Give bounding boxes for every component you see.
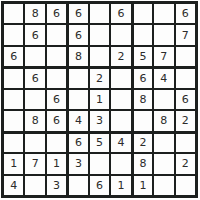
cell-r5c4[interactable] bbox=[68, 90, 87, 109]
cell-r8c7[interactable]: 8 bbox=[133, 154, 152, 173]
cell-r5c5[interactable]: 1 bbox=[90, 90, 109, 109]
cell-r9c6[interactable]: 1 bbox=[111, 176, 130, 195]
cell-r4c1[interactable] bbox=[4, 68, 23, 87]
cell-r7c7[interactable]: 2 bbox=[133, 133, 152, 152]
cell-r8c2[interactable]: 7 bbox=[25, 154, 44, 173]
cell-r9c5[interactable]: 6 bbox=[90, 176, 109, 195]
cell-r6c3[interactable]: 6 bbox=[47, 111, 66, 130]
cell-r5c9[interactable]: 6 bbox=[176, 90, 195, 109]
cell-r2c2[interactable]: 6 bbox=[25, 25, 44, 44]
cell-r9c3[interactable]: 3 bbox=[47, 176, 66, 195]
cell-r6c2[interactable]: 8 bbox=[25, 111, 44, 130]
cell-r4c3[interactable] bbox=[47, 68, 66, 87]
cell-r6c9[interactable]: 2 bbox=[176, 111, 195, 130]
sudoku-board-wrap: 8666666768257626461868643826542171382436… bbox=[1, 1, 198, 198]
cell-r5c6[interactable] bbox=[111, 90, 130, 109]
cell-r7c3[interactable] bbox=[47, 133, 66, 152]
cell-r4c5[interactable]: 2 bbox=[90, 68, 109, 87]
cell-r2c5[interactable] bbox=[90, 25, 109, 44]
cell-r1c1[interactable] bbox=[4, 4, 23, 23]
cell-r8c4[interactable]: 3 bbox=[68, 154, 87, 173]
cell-r6c1[interactable] bbox=[4, 111, 23, 130]
cell-r9c4[interactable] bbox=[68, 176, 87, 195]
cell-r9c7[interactable]: 1 bbox=[133, 176, 152, 195]
cell-r9c1[interactable]: 4 bbox=[4, 176, 23, 195]
cell-r7c2[interactable] bbox=[25, 133, 44, 152]
sudoku-board: 8666666768257626461868643826542171382436… bbox=[1, 1, 198, 198]
cell-r8c6[interactable] bbox=[111, 154, 130, 173]
cell-r2c3[interactable] bbox=[47, 25, 66, 44]
cell-r2c9[interactable]: 7 bbox=[176, 25, 195, 44]
cell-r9c8[interactable] bbox=[154, 176, 173, 195]
cell-r2c4[interactable]: 6 bbox=[68, 25, 87, 44]
cell-r2c6[interactable] bbox=[111, 25, 130, 44]
cell-r5c3[interactable]: 6 bbox=[47, 90, 66, 109]
cell-r1c4[interactable]: 6 bbox=[68, 4, 87, 23]
cell-r4c7[interactable]: 6 bbox=[133, 68, 152, 87]
cell-r8c8[interactable] bbox=[154, 154, 173, 173]
cell-r1c3[interactable]: 6 bbox=[47, 4, 66, 23]
cell-r7c8[interactable] bbox=[154, 133, 173, 152]
cell-r4c8[interactable]: 4 bbox=[154, 68, 173, 87]
cell-r4c6[interactable] bbox=[111, 68, 130, 87]
cell-r7c5[interactable]: 5 bbox=[90, 133, 109, 152]
cell-r8c5[interactable] bbox=[90, 154, 109, 173]
cell-r9c9[interactable] bbox=[176, 176, 195, 195]
cell-r5c7[interactable]: 8 bbox=[133, 90, 152, 109]
cell-r8c9[interactable]: 2 bbox=[176, 154, 195, 173]
cell-r1c6[interactable]: 6 bbox=[111, 4, 130, 23]
cell-r7c6[interactable]: 4 bbox=[111, 133, 130, 152]
cell-r3c2[interactable] bbox=[25, 47, 44, 66]
cell-r4c2[interactable]: 6 bbox=[25, 68, 44, 87]
cell-r1c2[interactable]: 8 bbox=[25, 4, 44, 23]
cell-r5c2[interactable] bbox=[25, 90, 44, 109]
cell-r6c7[interactable] bbox=[133, 111, 152, 130]
cell-r5c8[interactable] bbox=[154, 90, 173, 109]
cell-r2c1[interactable] bbox=[4, 25, 23, 44]
cell-r6c8[interactable]: 8 bbox=[154, 111, 173, 130]
cell-r7c9[interactable] bbox=[176, 133, 195, 152]
cell-r7c1[interactable] bbox=[4, 133, 23, 152]
cell-r1c5[interactable] bbox=[90, 4, 109, 23]
cell-r1c9[interactable]: 6 bbox=[176, 4, 195, 23]
cell-r2c7[interactable] bbox=[133, 25, 152, 44]
cell-r3c6[interactable]: 2 bbox=[111, 47, 130, 66]
cell-r1c8[interactable] bbox=[154, 4, 173, 23]
cell-r3c9[interactable] bbox=[176, 47, 195, 66]
cell-r2c8[interactable] bbox=[154, 25, 173, 44]
cell-r3c1[interactable]: 6 bbox=[4, 47, 23, 66]
cell-r6c4[interactable]: 4 bbox=[68, 111, 87, 130]
cell-r3c7[interactable]: 5 bbox=[133, 47, 152, 66]
cell-r8c1[interactable]: 1 bbox=[4, 154, 23, 173]
cell-r4c4[interactable] bbox=[68, 68, 87, 87]
cell-r1c7[interactable] bbox=[133, 4, 152, 23]
cell-r8c3[interactable]: 1 bbox=[47, 154, 66, 173]
cell-r9c2[interactable] bbox=[25, 176, 44, 195]
cell-r3c8[interactable]: 7 bbox=[154, 47, 173, 66]
cell-r3c4[interactable]: 8 bbox=[68, 47, 87, 66]
cell-r3c5[interactable] bbox=[90, 47, 109, 66]
cell-r4c9[interactable] bbox=[176, 68, 195, 87]
cell-r6c6[interactable] bbox=[111, 111, 130, 130]
cell-r7c4[interactable]: 6 bbox=[68, 133, 87, 152]
cell-r3c3[interactable] bbox=[47, 47, 66, 66]
cell-r5c1[interactable] bbox=[4, 90, 23, 109]
cell-r6c5[interactable]: 3 bbox=[90, 111, 109, 130]
